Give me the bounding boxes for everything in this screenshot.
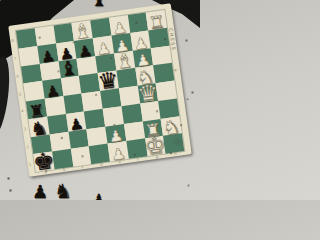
piece-black-knight-a3[interactable]: ♞ [29, 117, 49, 138]
piece-black-pawn-c3[interactable]: ♟ [68, 116, 84, 133]
dark-shadow-left-edge [0, 55, 13, 137]
captured-black-pawn: ♟ [32, 183, 48, 200]
chessboard-photo: { "game": "chess", "scene": "Angled over… [0, 0, 200, 200]
piece-black-pawn-b7[interactable]: ♟ [40, 48, 56, 65]
chess-board-grid[interactable]: ♝♟♜♟♟♟♟♟♟♝♝♟♟♛♞♜♛♞♟♟♜♞♚♟♚ [16, 10, 184, 172]
piece-white-pawn-f8[interactable]: ♟ [112, 20, 128, 37]
square-d1[interactable] [89, 144, 110, 164]
piece-white-pawn-e7[interactable]: ♟ [95, 40, 111, 57]
piece-black-pawn-d7[interactable]: ♟ [77, 43, 93, 60]
table-speckles [0, 0, 1, 1]
black-piece-cut-at-top-edge: ♝ [91, 0, 108, 9]
vinyl-chess-mat: ♝♟♜♟♟♟♟♟♟♝♝♟♟♛♞♜♛♞♟♟♜♞♚♟♚ CHESS ❖ abcdef… [8, 3, 192, 176]
piece-white-pawn-e1[interactable]: ♟ [110, 146, 126, 163]
piece-white-pawn-g7[interactable]: ♟ [133, 35, 149, 52]
rank-label-6: 6 [16, 74, 19, 79]
rank-label-1: 1 [28, 162, 31, 167]
piece-white-bishop-d8[interactable]: ♝ [72, 20, 93, 42]
rank-label-2: 2 [26, 144, 29, 149]
square-c1[interactable] [70, 146, 91, 166]
piece-black-queen-e5[interactable]: ♛ [96, 69, 119, 94]
piece-white-king-g1[interactable]: ♚ [143, 133, 167, 159]
rank-label-7: 7 [13, 56, 16, 61]
piece-white-queen-g4[interactable]: ♛ [136, 81, 159, 106]
captured-black-knight: ♞ [54, 181, 72, 200]
rank-label-4: 4 [21, 109, 24, 114]
piece-black-pawn-b5[interactable]: ♟ [45, 83, 61, 100]
piece-black-king-a1[interactable]: ♚ [32, 149, 56, 175]
piece-white-pawn-e2[interactable]: ♟ [108, 128, 124, 145]
rank-label-5: 5 [18, 91, 21, 96]
rank-label-3: 3 [23, 126, 26, 131]
piece-white-rook-h8[interactable]: ♜ [148, 13, 166, 32]
mat-speckles [16, 31, 17, 32]
piece-black-bishop-c6[interactable]: ♝ [58, 58, 79, 80]
rank-label-8: 8 [11, 38, 14, 43]
captured-black-piece-bottom-edge: ♟ [93, 192, 105, 200]
